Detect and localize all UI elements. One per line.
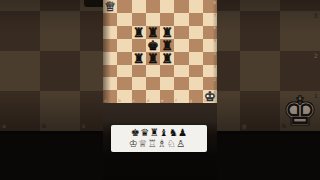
square-e5[interactable]: ♜ bbox=[160, 39, 174, 52]
background-square-a1: a bbox=[0, 91, 40, 131]
tray-black-king[interactable]: ♚ bbox=[131, 128, 140, 138]
square-c5[interactable] bbox=[132, 39, 146, 52]
background-square-b3 bbox=[40, 11, 80, 51]
piece-tray: ♚♛♜♝♞♟ ♔♕♖♗♘♙ bbox=[111, 125, 207, 152]
file-label-d: d bbox=[147, 99, 150, 103]
background-rank-label-1: 1 bbox=[314, 93, 318, 99]
square-c8[interactable] bbox=[132, 0, 146, 13]
background-file-label-g: g bbox=[242, 123, 246, 129]
square-f6[interactable] bbox=[174, 26, 188, 39]
rank-label-2: 2 bbox=[213, 78, 216, 82]
square-h5[interactable]: 5 bbox=[203, 39, 217, 52]
background-square-g4 bbox=[240, 0, 280, 11]
square-h3[interactable]: 3 bbox=[203, 65, 217, 78]
file-label-b: b bbox=[118, 99, 121, 103]
square-b7[interactable] bbox=[117, 13, 131, 26]
black-king-d5[interactable]: ♚ bbox=[147, 39, 159, 52]
square-f8[interactable] bbox=[174, 0, 188, 13]
chess-board[interactable]: ♛87♜♜♜6♚♜5♜♜♜432abcdefg♚h1 bbox=[103, 0, 217, 103]
square-a6[interactable] bbox=[103, 26, 117, 39]
tray-white-knight[interactable]: ♘ bbox=[167, 139, 176, 149]
square-a8[interactable]: ♛ bbox=[103, 0, 117, 13]
square-a5[interactable] bbox=[103, 39, 117, 52]
square-d6[interactable]: ♜ bbox=[146, 26, 160, 39]
tray-black-rook[interactable]: ♜ bbox=[150, 128, 159, 138]
square-b1[interactable]: b bbox=[117, 90, 131, 103]
background-white-king-icon: ♚ bbox=[282, 91, 318, 131]
square-c4[interactable]: ♜ bbox=[132, 52, 146, 65]
square-d3[interactable] bbox=[146, 65, 160, 78]
square-h1[interactable]: ♚h1 bbox=[203, 90, 217, 103]
rank-label-4: 4 bbox=[213, 52, 216, 56]
square-d7[interactable] bbox=[146, 13, 160, 26]
rank-label-3: 3 bbox=[213, 65, 216, 69]
background-square-b4 bbox=[40, 0, 80, 11]
background-file-label-h: h bbox=[282, 123, 286, 129]
tray-white-queen[interactable]: ♕ bbox=[138, 139, 147, 149]
square-b5[interactable] bbox=[117, 39, 131, 52]
square-d4[interactable]: ♜ bbox=[146, 52, 160, 65]
tray-black-bishop[interactable]: ♝ bbox=[159, 128, 168, 138]
background-square-a4 bbox=[0, 0, 40, 11]
square-a1[interactable]: a bbox=[103, 90, 117, 103]
rank-label-8: 8 bbox=[213, 1, 216, 5]
square-b6[interactable] bbox=[117, 26, 131, 39]
background-square-b1: b bbox=[40, 91, 80, 131]
square-h6[interactable]: 6 bbox=[203, 26, 217, 39]
black-rook-d6[interactable]: ♜ bbox=[147, 26, 159, 39]
black-rook-e6[interactable]: ♜ bbox=[161, 26, 173, 39]
background-file-label-a: a bbox=[2, 123, 6, 129]
square-e3[interactable] bbox=[160, 65, 174, 78]
file-label-h: h bbox=[204, 99, 207, 103]
background-square-h4: 4 bbox=[280, 0, 320, 11]
background-file-label-c: c bbox=[82, 123, 86, 129]
background-square-g2 bbox=[240, 51, 280, 91]
square-d2[interactable] bbox=[146, 77, 160, 90]
square-f4[interactable] bbox=[174, 52, 188, 65]
tray-white-rook[interactable]: ♖ bbox=[148, 139, 157, 149]
square-f3[interactable] bbox=[174, 65, 188, 78]
square-g3[interactable] bbox=[189, 65, 203, 78]
black-rook-e4[interactable]: ♜ bbox=[161, 52, 173, 65]
square-g5[interactable] bbox=[189, 39, 203, 52]
square-h7[interactable]: 7 bbox=[203, 13, 217, 26]
square-g1[interactable]: g bbox=[189, 90, 203, 103]
square-a7[interactable] bbox=[103, 13, 117, 26]
square-h8[interactable]: 8 bbox=[203, 0, 217, 13]
black-rook-c6[interactable]: ♜ bbox=[133, 26, 145, 39]
square-g7[interactable] bbox=[189, 13, 203, 26]
file-label-c: c bbox=[133, 99, 135, 103]
rank-label-5: 5 bbox=[213, 39, 216, 43]
tray-white-king[interactable]: ♔ bbox=[129, 139, 138, 149]
square-b8[interactable] bbox=[117, 0, 131, 13]
tray-white-bishop[interactable]: ♗ bbox=[157, 139, 166, 149]
tray-black-queen[interactable]: ♛ bbox=[140, 128, 149, 138]
square-a2[interactable] bbox=[103, 77, 117, 90]
tray-black-knight[interactable]: ♞ bbox=[169, 128, 178, 138]
tray-black-pawn[interactable]: ♟ bbox=[178, 128, 187, 138]
file-label-a: a bbox=[104, 99, 106, 103]
background-square-h1: ♚h1 bbox=[280, 91, 320, 131]
square-h4[interactable]: 4 bbox=[203, 52, 217, 65]
square-e7[interactable] bbox=[160, 13, 174, 26]
square-e8[interactable] bbox=[160, 0, 174, 13]
background-square-a2 bbox=[0, 51, 40, 91]
square-f7[interactable] bbox=[174, 13, 188, 26]
square-c2[interactable] bbox=[132, 77, 146, 90]
background-square-h2: 2 bbox=[280, 51, 320, 91]
square-g8[interactable] bbox=[189, 0, 203, 13]
background-square-g1: g bbox=[240, 91, 280, 131]
black-rook-c4[interactable]: ♜ bbox=[133, 52, 145, 65]
white-queen-a8[interactable]: ♛ bbox=[104, 0, 116, 13]
square-d8[interactable] bbox=[146, 0, 160, 13]
square-a3[interactable] bbox=[103, 65, 117, 78]
square-c6[interactable]: ♜ bbox=[132, 26, 146, 39]
background-square-b2 bbox=[40, 51, 80, 91]
square-b2[interactable] bbox=[117, 77, 131, 90]
tray-black-pieces-row: ♚♛♜♝♞♟ bbox=[111, 128, 207, 138]
black-rook-e5[interactable]: ♜ bbox=[161, 39, 173, 52]
video-frame: 432abcdefg♚h1 ♛87♜♜♜6♚♜5♜♜♜432abcdefg♚h1… bbox=[0, 0, 320, 180]
square-d5[interactable]: ♚ bbox=[146, 39, 160, 52]
tray-white-pawn[interactable]: ♙ bbox=[176, 139, 185, 149]
square-e6[interactable]: ♜ bbox=[160, 26, 174, 39]
square-b4[interactable] bbox=[117, 52, 131, 65]
square-c3[interactable] bbox=[132, 65, 146, 78]
square-g6[interactable] bbox=[189, 26, 203, 39]
background-square-g3 bbox=[240, 11, 280, 51]
background-rank-label-2: 2 bbox=[314, 53, 318, 59]
background-square-h3: 3 bbox=[280, 11, 320, 51]
square-e4[interactable]: ♜ bbox=[160, 52, 174, 65]
tray-white-pieces-row: ♔♕♖♗♘♙ bbox=[109, 139, 205, 149]
square-g4[interactable] bbox=[189, 52, 203, 65]
square-f5[interactable] bbox=[174, 39, 188, 52]
square-f2[interactable] bbox=[174, 77, 188, 90]
square-f1[interactable]: f bbox=[174, 90, 188, 103]
square-d1[interactable]: d bbox=[146, 90, 160, 103]
square-e2[interactable] bbox=[160, 77, 174, 90]
square-c7[interactable] bbox=[132, 13, 146, 26]
background-square-a3 bbox=[0, 11, 40, 51]
background-rank-label-3: 3 bbox=[314, 13, 318, 19]
square-a4[interactable] bbox=[103, 52, 117, 65]
file-label-g: g bbox=[190, 99, 193, 103]
black-rook-d4[interactable]: ♜ bbox=[147, 52, 159, 65]
square-b3[interactable] bbox=[117, 65, 131, 78]
background-file-label-b: b bbox=[42, 123, 46, 129]
file-label-f: f bbox=[175, 99, 176, 103]
video-strip: ♛87♜♜♜6♚♜5♜♜♜432abcdefg♚h1 ♚♛♜♝♞♟ ♔♕♖♗♘♙ bbox=[103, 0, 217, 180]
square-e1[interactable]: e bbox=[160, 90, 174, 103]
square-c1[interactable]: c bbox=[132, 90, 146, 103]
file-label-e: e bbox=[161, 99, 163, 103]
rank-label-6: 6 bbox=[213, 26, 216, 30]
square-g2[interactable] bbox=[189, 77, 203, 90]
rank-label-7: 7 bbox=[213, 14, 216, 18]
rank-label-1: 1 bbox=[213, 91, 216, 95]
